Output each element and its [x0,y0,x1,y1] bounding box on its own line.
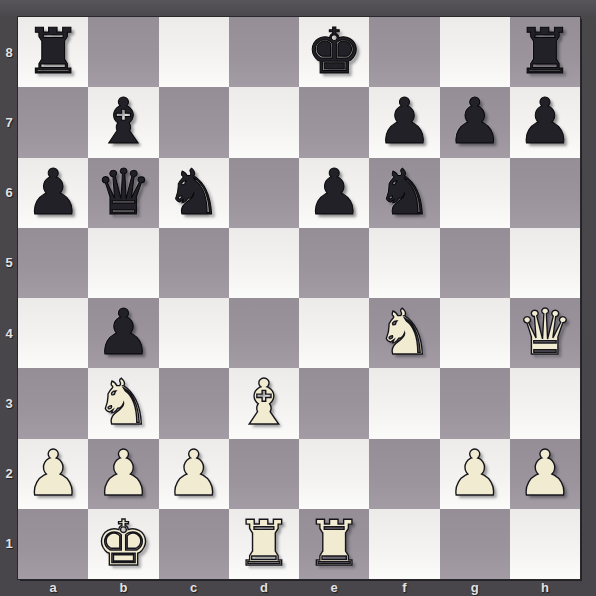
piece-white-rook[interactable]: ♜ [306,509,362,579]
square-g4[interactable] [440,298,510,368]
square-e2[interactable] [299,439,369,509]
square-a7[interactable] [18,87,88,157]
file-label-d: d [229,579,299,596]
square-d5[interactable] [229,228,299,298]
square-f3[interactable] [369,368,439,438]
square-e7[interactable] [299,87,369,157]
piece-white-pawn[interactable]: ♟ [165,439,221,509]
square-h2[interactable]: ♟ [510,439,580,509]
piece-white-knight[interactable]: ♞ [95,368,151,438]
piece-white-bishop[interactable]: ♝ [236,368,292,438]
square-f1[interactable] [369,509,439,579]
square-d4[interactable] [229,298,299,368]
file-label-g: g [440,579,510,596]
square-g7[interactable]: ♟ [440,87,510,157]
piece-white-pawn[interactable]: ♟ [446,439,502,509]
piece-black-pawn[interactable]: ♟ [517,87,573,157]
square-e4[interactable] [299,298,369,368]
rank-label-2: 2 [0,439,18,509]
rank-label-1: 1 [0,509,18,579]
piece-black-rook[interactable]: ♜ [25,17,81,87]
square-e5[interactable] [299,228,369,298]
square-b5[interactable] [88,228,158,298]
piece-black-pawn[interactable]: ♟ [25,158,81,228]
file-label-h: h [510,579,580,596]
square-d7[interactable] [229,87,299,157]
square-b7[interactable]: ♝ [88,87,158,157]
square-a5[interactable] [18,228,88,298]
square-b4[interactable]: ♟ [88,298,158,368]
square-d6[interactable] [229,158,299,228]
piece-black-king[interactable]: ♚ [306,17,362,87]
square-g8[interactable] [440,17,510,87]
piece-white-knight[interactable]: ♞ [376,298,432,368]
square-c7[interactable] [159,87,229,157]
piece-white-king[interactable]: ♚ [95,509,151,579]
square-h6[interactable] [510,158,580,228]
file-label-b: b [88,579,158,596]
square-f8[interactable] [369,17,439,87]
square-d2[interactable] [229,439,299,509]
square-b2[interactable]: ♟ [88,439,158,509]
piece-black-pawn[interactable]: ♟ [95,298,151,368]
square-c2[interactable]: ♟ [159,439,229,509]
square-f6[interactable]: ♞ [369,158,439,228]
square-f7[interactable]: ♟ [369,87,439,157]
square-b8[interactable] [88,17,158,87]
rank-label-4: 4 [0,298,18,368]
square-h4[interactable]: ♛ [510,298,580,368]
square-d8[interactable] [229,17,299,87]
square-g5[interactable] [440,228,510,298]
square-e1[interactable]: ♜ [299,509,369,579]
square-e8[interactable]: ♚ [299,17,369,87]
square-h8[interactable]: ♜ [510,17,580,87]
square-d1[interactable]: ♜ [229,509,299,579]
square-f5[interactable] [369,228,439,298]
piece-white-rook[interactable]: ♜ [236,509,292,579]
square-h1[interactable] [510,509,580,579]
square-f4[interactable]: ♞ [369,298,439,368]
square-c8[interactable] [159,17,229,87]
rank-label-7: 7 [0,87,18,157]
square-g1[interactable] [440,509,510,579]
square-h3[interactable] [510,368,580,438]
square-a1[interactable] [18,509,88,579]
square-a2[interactable]: ♟ [18,439,88,509]
rank-label-8: 8 [0,17,18,87]
square-a6[interactable]: ♟ [18,158,88,228]
square-g6[interactable] [440,158,510,228]
piece-black-queen[interactable]: ♛ [95,158,151,228]
rank-label-3: 3 [0,368,18,438]
square-d3[interactable]: ♝ [229,368,299,438]
square-a4[interactable] [18,298,88,368]
piece-black-knight[interactable]: ♞ [165,158,221,228]
square-b1[interactable]: ♚ [88,509,158,579]
square-g3[interactable] [440,368,510,438]
file-label-e: e [299,579,369,596]
square-e6[interactable]: ♟ [299,158,369,228]
piece-black-bishop[interactable]: ♝ [95,87,151,157]
square-c4[interactable] [159,298,229,368]
piece-black-rook[interactable]: ♜ [517,17,573,87]
chess-board: ♜♚♜♝♟♟♟♟♛♞♟♞♟♞♛♞♝♟♟♟♟♟♚♜♜ [18,17,580,579]
square-b6[interactable]: ♛ [88,158,158,228]
square-h7[interactable]: ♟ [510,87,580,157]
rank-label-5: 5 [0,228,18,298]
square-g2[interactable]: ♟ [440,439,510,509]
square-e3[interactable] [299,368,369,438]
square-a8[interactable]: ♜ [18,17,88,87]
square-h5[interactable] [510,228,580,298]
piece-black-pawn[interactable]: ♟ [446,87,502,157]
square-f2[interactable] [369,439,439,509]
file-label-a: a [18,579,88,596]
piece-black-knight[interactable]: ♞ [376,158,432,228]
square-c6[interactable]: ♞ [159,158,229,228]
square-a3[interactable] [18,368,88,438]
piece-black-pawn[interactable]: ♟ [306,158,362,228]
piece-black-pawn[interactable]: ♟ [376,87,432,157]
square-b3[interactable]: ♞ [88,368,158,438]
piece-white-pawn[interactable]: ♟ [517,439,573,509]
piece-white-pawn[interactable]: ♟ [25,439,81,509]
piece-white-pawn[interactable]: ♟ [95,439,151,509]
piece-white-queen[interactable]: ♛ [517,298,573,368]
rank-label-6: 6 [0,158,18,228]
square-c1[interactable] [159,509,229,579]
file-label-c: c [159,579,229,596]
file-label-f: f [369,579,439,596]
square-c3[interactable] [159,368,229,438]
square-c5[interactable] [159,228,229,298]
chess-board-frame: ♜♚♜♝♟♟♟♟♛♞♟♞♟♞♛♞♝♟♟♟♟♟♚♜♜ 87654321 abcde… [0,0,596,596]
